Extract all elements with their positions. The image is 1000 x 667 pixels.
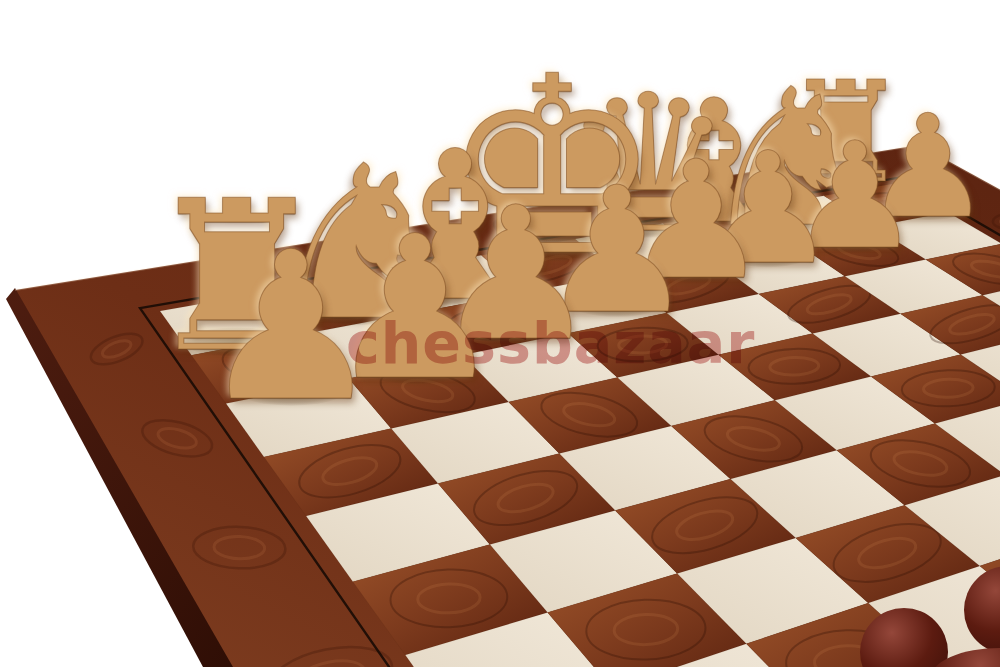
chess-set-product-photo: ♜♞♝♚♛♝♞♜♟♟♟♟♟♟♟♟ chessbazaar bbox=[0, 0, 1000, 667]
watermark-text: chessbazaar bbox=[346, 310, 755, 376]
